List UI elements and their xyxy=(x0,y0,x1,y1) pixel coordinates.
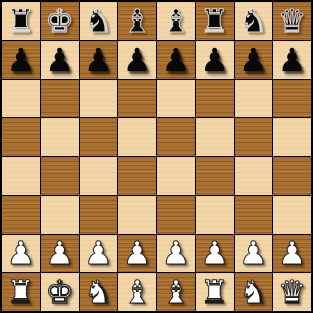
square-d4[interactable] xyxy=(118,157,156,195)
square-a4[interactable] xyxy=(2,157,40,195)
square-g8[interactable]: ♞ xyxy=(235,2,273,40)
piece-white-pawn[interactable]: ♟ xyxy=(200,237,229,269)
piece-black-bishop[interactable]: ♝ xyxy=(162,5,191,37)
square-h5[interactable] xyxy=(273,118,311,156)
piece-black-queen[interactable]: ♛ xyxy=(278,5,307,37)
square-d2[interactable]: ♟ xyxy=(118,235,156,273)
square-g7[interactable]: ♟ xyxy=(235,41,273,79)
square-a2[interactable]: ♟ xyxy=(2,235,40,273)
square-b4[interactable] xyxy=(41,157,79,195)
piece-black-pawn[interactable]: ♟ xyxy=(200,44,229,76)
square-b7[interactable]: ♟ xyxy=(41,41,79,79)
square-f6[interactable] xyxy=(196,80,234,118)
square-h7[interactable]: ♟ xyxy=(273,41,311,79)
square-f2[interactable]: ♟ xyxy=(196,235,234,273)
square-a1[interactable]: ♜ xyxy=(2,273,40,311)
square-b8[interactable]: ♚ xyxy=(41,2,79,40)
square-h8[interactable]: ♛ xyxy=(273,2,311,40)
square-b1[interactable]: ♚ xyxy=(41,273,79,311)
square-c3[interactable] xyxy=(80,196,118,234)
square-a8[interactable]: ♜ xyxy=(2,2,40,40)
square-g2[interactable]: ♟ xyxy=(235,235,273,273)
piece-white-knight[interactable]: ♞ xyxy=(239,276,268,308)
square-b6[interactable] xyxy=(41,80,79,118)
piece-black-pawn[interactable]: ♟ xyxy=(278,44,307,76)
square-a7[interactable]: ♟ xyxy=(2,41,40,79)
square-e2[interactable]: ♟ xyxy=(157,235,195,273)
chess-board: ♜♚♞♝♝♜♞♛♟♟♟♟♟♟♟♟♟♟♟♟♟♟♟♟♜♚♞♝♝♜♞♛ xyxy=(0,0,313,313)
square-c4[interactable] xyxy=(80,157,118,195)
piece-white-pawn[interactable]: ♟ xyxy=(239,237,268,269)
square-c2[interactable]: ♟ xyxy=(80,235,118,273)
square-c7[interactable]: ♟ xyxy=(80,41,118,79)
piece-black-bishop[interactable]: ♝ xyxy=(123,5,152,37)
square-h6[interactable] xyxy=(273,80,311,118)
square-f3[interactable] xyxy=(196,196,234,234)
square-c5[interactable] xyxy=(80,118,118,156)
square-d7[interactable]: ♟ xyxy=(118,41,156,79)
square-e4[interactable] xyxy=(157,157,195,195)
piece-black-pawn[interactable]: ♟ xyxy=(239,44,268,76)
piece-white-pawn[interactable]: ♟ xyxy=(162,237,191,269)
square-e8[interactable]: ♝ xyxy=(157,2,195,40)
square-g4[interactable] xyxy=(235,157,273,195)
piece-white-pawn[interactable]: ♟ xyxy=(45,237,74,269)
piece-black-rook[interactable]: ♜ xyxy=(200,5,229,37)
square-e7[interactable]: ♟ xyxy=(157,41,195,79)
square-f4[interactable] xyxy=(196,157,234,195)
piece-white-rook[interactable]: ♜ xyxy=(200,276,229,308)
square-d1[interactable]: ♝ xyxy=(118,273,156,311)
square-f8[interactable]: ♜ xyxy=(196,2,234,40)
square-e1[interactable]: ♝ xyxy=(157,273,195,311)
piece-black-pawn[interactable]: ♟ xyxy=(7,44,36,76)
piece-white-pawn[interactable]: ♟ xyxy=(123,237,152,269)
square-d8[interactable]: ♝ xyxy=(118,2,156,40)
square-d6[interactable] xyxy=(118,80,156,118)
square-f5[interactable] xyxy=(196,118,234,156)
square-d3[interactable] xyxy=(118,196,156,234)
square-g3[interactable] xyxy=(235,196,273,234)
piece-black-king[interactable]: ♚ xyxy=(45,5,74,37)
piece-black-pawn[interactable]: ♟ xyxy=(84,44,113,76)
piece-white-bishop[interactable]: ♝ xyxy=(162,276,191,308)
square-a5[interactable] xyxy=(2,118,40,156)
piece-white-pawn[interactable]: ♟ xyxy=(278,237,307,269)
piece-black-pawn[interactable]: ♟ xyxy=(162,44,191,76)
piece-black-rook[interactable]: ♜ xyxy=(7,5,36,37)
square-f1[interactable]: ♜ xyxy=(196,273,234,311)
square-a3[interactable] xyxy=(2,196,40,234)
square-g5[interactable] xyxy=(235,118,273,156)
square-g1[interactable]: ♞ xyxy=(235,273,273,311)
square-c1[interactable]: ♞ xyxy=(80,273,118,311)
square-g6[interactable] xyxy=(235,80,273,118)
square-f7[interactable]: ♟ xyxy=(196,41,234,79)
piece-black-pawn[interactable]: ♟ xyxy=(45,44,74,76)
square-b3[interactable] xyxy=(41,196,79,234)
square-h1[interactable]: ♛ xyxy=(273,273,311,311)
square-e5[interactable] xyxy=(157,118,195,156)
piece-white-rook[interactable]: ♜ xyxy=(7,276,36,308)
piece-white-pawn[interactable]: ♟ xyxy=(7,237,36,269)
piece-white-bishop[interactable]: ♝ xyxy=(123,276,152,308)
piece-white-pawn[interactable]: ♟ xyxy=(84,237,113,269)
piece-white-king[interactable]: ♚ xyxy=(45,276,74,308)
square-b2[interactable]: ♟ xyxy=(41,235,79,273)
piece-black-knight[interactable]: ♞ xyxy=(84,5,113,37)
square-b5[interactable] xyxy=(41,118,79,156)
piece-white-queen[interactable]: ♛ xyxy=(278,276,307,308)
piece-white-knight[interactable]: ♞ xyxy=(84,276,113,308)
square-e3[interactable] xyxy=(157,196,195,234)
square-h2[interactable]: ♟ xyxy=(273,235,311,273)
square-d5[interactable] xyxy=(118,118,156,156)
square-a6[interactable] xyxy=(2,80,40,118)
square-h3[interactable] xyxy=(273,196,311,234)
piece-black-knight[interactable]: ♞ xyxy=(239,5,268,37)
piece-black-pawn[interactable]: ♟ xyxy=(123,44,152,76)
square-c8[interactable]: ♞ xyxy=(80,2,118,40)
square-h4[interactable] xyxy=(273,157,311,195)
square-e6[interactable] xyxy=(157,80,195,118)
square-c6[interactable] xyxy=(80,80,118,118)
